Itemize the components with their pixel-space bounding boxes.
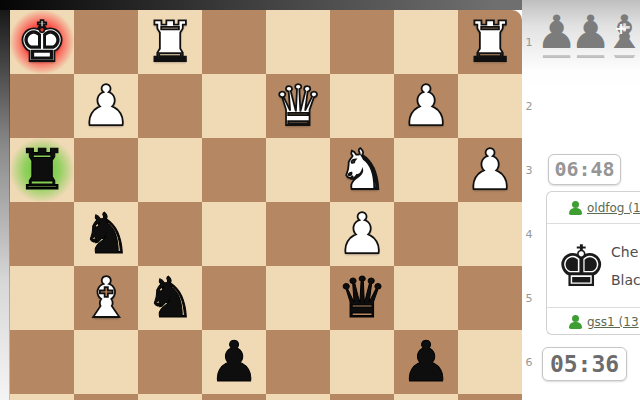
- square-d5[interactable]: [266, 266, 330, 330]
- square-f7[interactable]: [138, 394, 202, 400]
- square-c2[interactable]: [330, 74, 394, 138]
- status-line1: Che: [611, 244, 640, 260]
- top-clock: 06:48: [548, 154, 621, 185]
- piece-white-bishop-g5[interactable]: ♝: [81, 266, 131, 330]
- square-g5[interactable]: ♝: [74, 266, 138, 330]
- piece-white-queen-d2[interactable]: ♛: [273, 74, 323, 138]
- player-icon: [568, 201, 582, 215]
- square-b3[interactable]: [394, 138, 458, 202]
- square-b4[interactable]: [394, 202, 458, 266]
- square-e6[interactable]: ♟: [202, 330, 266, 394]
- player-link-gss1[interactable]: gss1 (13: [587, 315, 639, 329]
- square-c1[interactable]: [330, 10, 394, 74]
- sidebar: 123456 ♟ ♟ ♝+ ♟ ♟ ♝ 06:48 oldfog (1 ♚: [522, 0, 640, 400]
- square-f5[interactable]: ♞: [138, 266, 202, 330]
- player-link-oldfog[interactable]: oldfog (1: [587, 201, 640, 215]
- square-b2[interactable]: ♟: [394, 74, 458, 138]
- square-h4[interactable]: [10, 202, 74, 266]
- piece-black-pawn-e6[interactable]: ♟: [209, 330, 259, 394]
- icon-reflection: ♟ ♟ ♝: [536, 45, 640, 58]
- square-a7[interactable]: [458, 394, 522, 400]
- square-g2[interactable]: ♟: [74, 74, 138, 138]
- square-e3[interactable]: [202, 138, 266, 202]
- square-d2[interactable]: ♛: [266, 74, 330, 138]
- piece-black-knight-g4[interactable]: ♞: [81, 202, 131, 266]
- rank-label-5: 5: [522, 292, 536, 305]
- piece-white-pawn-a3[interactable]: ♟: [465, 138, 515, 202]
- piece-white-pawn-g2[interactable]: ♟: [81, 74, 131, 138]
- piece-white-pawn-c4[interactable]: ♟: [337, 202, 387, 266]
- square-e7[interactable]: [202, 394, 266, 400]
- square-e5[interactable]: [202, 266, 266, 330]
- player-icon: [568, 315, 582, 329]
- square-e2[interactable]: [202, 74, 266, 138]
- square-h5[interactable]: [10, 266, 74, 330]
- square-f4[interactable]: [138, 202, 202, 266]
- square-g7[interactable]: [74, 394, 138, 400]
- square-g4[interactable]: ♞: [74, 202, 138, 266]
- square-h6[interactable]: [10, 330, 74, 394]
- seek-icons: ♟ ♟ ♝+ ♟ ♟ ♝: [536, 6, 640, 71]
- rank-label-3: 3: [522, 164, 536, 177]
- piece-black-queen-c5[interactable]: ♛: [337, 266, 387, 330]
- piece-white-king-h1[interactable]: ♚: [17, 10, 67, 74]
- square-a6[interactable]: [458, 330, 522, 394]
- square-g3[interactable]: [74, 138, 138, 202]
- square-g6[interactable]: [74, 330, 138, 394]
- square-b5[interactable]: [394, 266, 458, 330]
- piece-white-pawn-b2[interactable]: ♟: [401, 74, 451, 138]
- square-a4[interactable]: [458, 202, 522, 266]
- square-h2[interactable]: [10, 74, 74, 138]
- square-c4[interactable]: ♟: [330, 202, 394, 266]
- status-text: Che Blac: [611, 244, 640, 288]
- rank-label-1: 1: [522, 36, 536, 49]
- square-a3[interactable]: ♟: [458, 138, 522, 202]
- square-f1[interactable]: ♜: [138, 10, 202, 74]
- square-d6[interactable]: [266, 330, 330, 394]
- square-c6[interactable]: [330, 330, 394, 394]
- plus-badge: +: [615, 22, 628, 37]
- status-line2: Blac: [611, 272, 640, 288]
- game-panel: oldfog (1 ♚ Che Blac gss1 (13: [546, 191, 640, 335]
- square-e1[interactable]: [202, 10, 266, 74]
- app: ♚♜♜♟♛♟♜♞♟♞♟♝♞♛♟♟ 123456 ♟ ♟ ♝+ ♟ ♟ ♝ 06:…: [0, 0, 640, 400]
- black-king-icon: ♚: [551, 236, 611, 296]
- board-shadow-left: [0, 10, 10, 400]
- square-d1[interactable]: [266, 10, 330, 74]
- piece-white-rook-f1[interactable]: ♜: [145, 10, 195, 74]
- square-f2[interactable]: [138, 74, 202, 138]
- pawn-icon-reflection: ♟: [570, 45, 604, 58]
- square-d3[interactable]: [266, 138, 330, 202]
- square-d7[interactable]: [266, 394, 330, 400]
- rank-label-2: 2: [522, 100, 536, 113]
- status-row: ♚ Che Blac: [547, 224, 640, 308]
- piece-black-pawn-b6[interactable]: ♟: [401, 330, 451, 394]
- player-row-top: oldfog (1: [547, 192, 640, 224]
- square-f6[interactable]: [138, 330, 202, 394]
- square-h1[interactable]: ♚: [10, 10, 74, 74]
- chess-board: ♚♜♜♟♛♟♜♞♟♞♟♝♞♛♟♟: [10, 10, 522, 400]
- bishop-icon-reflection: ♝: [604, 45, 638, 58]
- square-c5[interactable]: ♛: [330, 266, 394, 330]
- square-c7[interactable]: [330, 394, 394, 400]
- square-g1[interactable]: [74, 10, 138, 74]
- square-b6[interactable]: ♟: [394, 330, 458, 394]
- square-d4[interactable]: [266, 202, 330, 266]
- board-shadow-top: [0, 0, 522, 10]
- piece-black-knight-f5[interactable]: ♞: [145, 266, 195, 330]
- bottom-clock: 05:36: [542, 347, 627, 381]
- square-a2[interactable]: [458, 74, 522, 138]
- player-row-bottom: gss1 (13: [547, 308, 640, 335]
- square-a5[interactable]: [458, 266, 522, 330]
- rank-label-6: 6: [522, 356, 536, 369]
- square-c3[interactable]: ♞: [330, 138, 394, 202]
- square-f3[interactable]: [138, 138, 202, 202]
- square-e4[interactable]: [202, 202, 266, 266]
- square-b1[interactable]: [394, 10, 458, 74]
- square-h3[interactable]: ♜: [10, 138, 74, 202]
- square-a1[interactable]: ♜: [458, 10, 522, 74]
- rank-label-4: 4: [522, 228, 536, 241]
- piece-black-rook-h3[interactable]: ♜: [17, 138, 67, 202]
- pawn-icon-reflection: ♟: [536, 45, 570, 58]
- piece-white-rook-a1[interactable]: ♜: [465, 10, 515, 74]
- piece-white-knight-c3[interactable]: ♞: [337, 138, 387, 202]
- square-b7[interactable]: [394, 394, 458, 400]
- square-h7[interactable]: [10, 394, 74, 400]
